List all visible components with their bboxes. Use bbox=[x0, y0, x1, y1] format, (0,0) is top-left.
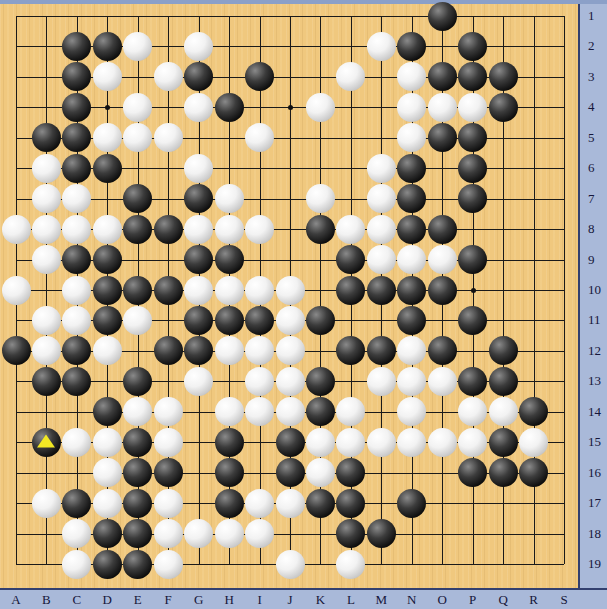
row-label-12: 12 bbox=[588, 343, 601, 359]
black-stone-O3 bbox=[428, 62, 457, 91]
white-stone-I13 bbox=[245, 367, 274, 396]
row-label-13: 13 bbox=[588, 373, 601, 389]
white-stone-M7 bbox=[367, 184, 396, 213]
white-stone-D3 bbox=[93, 62, 122, 91]
white-stone-A10 bbox=[2, 276, 31, 305]
black-stone-E17 bbox=[123, 489, 152, 518]
black-stone-K17 bbox=[306, 489, 335, 518]
white-stone-H8 bbox=[215, 215, 244, 244]
white-stone-G6 bbox=[184, 154, 213, 183]
column-label-S: S bbox=[560, 592, 567, 608]
black-stone-D19 bbox=[93, 550, 122, 579]
black-stone-A12 bbox=[2, 336, 31, 365]
white-stone-M15 bbox=[367, 428, 396, 457]
column-label-L: L bbox=[347, 592, 355, 608]
black-stone-E8 bbox=[123, 215, 152, 244]
black-stone-D9 bbox=[93, 245, 122, 274]
white-stone-J10 bbox=[276, 276, 305, 305]
board-vline bbox=[564, 16, 565, 564]
white-stone-M9 bbox=[367, 245, 396, 274]
black-stone-N17 bbox=[397, 489, 426, 518]
black-stone-O1 bbox=[428, 2, 457, 31]
black-stone-E13 bbox=[123, 367, 152, 396]
column-label-J: J bbox=[287, 592, 292, 608]
black-stone-P13 bbox=[458, 367, 487, 396]
white-stone-D5 bbox=[93, 123, 122, 152]
white-stone-I17 bbox=[245, 489, 274, 518]
black-stone-K13 bbox=[306, 367, 335, 396]
white-stone-N13 bbox=[397, 367, 426, 396]
column-label-A: A bbox=[11, 592, 20, 608]
white-stone-H7 bbox=[215, 184, 244, 213]
column-label-E: E bbox=[134, 592, 142, 608]
white-stone-J14 bbox=[276, 397, 305, 426]
black-stone-Q3 bbox=[489, 62, 518, 91]
black-stone-F10 bbox=[154, 276, 183, 305]
black-stone-C13 bbox=[62, 367, 91, 396]
white-stone-N4 bbox=[397, 93, 426, 122]
row-label-16: 16 bbox=[588, 465, 601, 481]
row-label-10: 10 bbox=[588, 282, 601, 298]
black-stone-R16 bbox=[519, 458, 548, 487]
row-label-15: 15 bbox=[588, 434, 601, 450]
row-label-19: 19 bbox=[588, 556, 601, 572]
white-stone-G13 bbox=[184, 367, 213, 396]
black-stone-E15 bbox=[123, 428, 152, 457]
white-stone-G10 bbox=[184, 276, 213, 305]
column-label-H: H bbox=[224, 592, 233, 608]
white-stone-B8 bbox=[32, 215, 61, 244]
black-stone-O12 bbox=[428, 336, 457, 365]
black-stone-J15 bbox=[276, 428, 305, 457]
white-stone-M13 bbox=[367, 367, 396, 396]
row-label-17: 17 bbox=[588, 495, 601, 511]
white-stone-F18 bbox=[154, 519, 183, 548]
white-stone-L8 bbox=[336, 215, 365, 244]
white-stone-F15 bbox=[154, 428, 183, 457]
column-label-D: D bbox=[103, 592, 112, 608]
white-stone-P15 bbox=[458, 428, 487, 457]
black-stone-E10 bbox=[123, 276, 152, 305]
white-stone-R15 bbox=[519, 428, 548, 457]
black-stone-D11 bbox=[93, 306, 122, 335]
white-stone-J11 bbox=[276, 306, 305, 335]
row-label-18: 18 bbox=[588, 526, 601, 542]
column-label-B: B bbox=[42, 592, 51, 608]
white-stone-H14 bbox=[215, 397, 244, 426]
white-stone-J19 bbox=[276, 550, 305, 579]
white-stone-Q14 bbox=[489, 397, 518, 426]
black-stone-N2 bbox=[397, 32, 426, 61]
column-label-P: P bbox=[469, 592, 476, 608]
column-label-K: K bbox=[316, 592, 325, 608]
column-label-M: M bbox=[376, 592, 388, 608]
black-stone-F12 bbox=[154, 336, 183, 365]
white-stone-O4 bbox=[428, 93, 457, 122]
row-label-7: 7 bbox=[588, 191, 595, 207]
black-stone-O10 bbox=[428, 276, 457, 305]
column-label-O: O bbox=[437, 592, 446, 608]
white-stone-K4 bbox=[306, 93, 335, 122]
white-stone-B6 bbox=[32, 154, 61, 183]
white-stone-B11 bbox=[32, 306, 61, 335]
white-stone-D15 bbox=[93, 428, 122, 457]
white-stone-A8 bbox=[2, 215, 31, 244]
row-label-14: 14 bbox=[588, 404, 601, 420]
black-stone-P11 bbox=[458, 306, 487, 335]
black-stone-K8 bbox=[306, 215, 335, 244]
white-stone-G2 bbox=[184, 32, 213, 61]
white-stone-E2 bbox=[123, 32, 152, 61]
row-label-8: 8 bbox=[588, 221, 595, 237]
white-stone-J13 bbox=[276, 367, 305, 396]
white-stone-G4 bbox=[184, 93, 213, 122]
black-stone-D18 bbox=[93, 519, 122, 548]
white-stone-D17 bbox=[93, 489, 122, 518]
black-stone-E19 bbox=[123, 550, 152, 579]
column-label-I: I bbox=[257, 592, 261, 608]
black-stone-Q13 bbox=[489, 367, 518, 396]
black-stone-C6 bbox=[62, 154, 91, 183]
last-move-triangle-marker bbox=[37, 435, 55, 448]
black-stone-O8 bbox=[428, 215, 457, 244]
white-stone-C8 bbox=[62, 215, 91, 244]
star-point bbox=[471, 288, 476, 293]
black-stone-B5 bbox=[32, 123, 61, 152]
black-stone-B15 bbox=[32, 428, 61, 457]
white-stone-E11 bbox=[123, 306, 152, 335]
white-stone-C19 bbox=[62, 550, 91, 579]
black-stone-H16 bbox=[215, 458, 244, 487]
white-stone-G18 bbox=[184, 519, 213, 548]
black-stone-P2 bbox=[458, 32, 487, 61]
white-stone-P4 bbox=[458, 93, 487, 122]
black-stone-B13 bbox=[32, 367, 61, 396]
white-stone-I10 bbox=[245, 276, 274, 305]
black-stone-H4 bbox=[215, 93, 244, 122]
black-stone-L17 bbox=[336, 489, 365, 518]
white-stone-E4 bbox=[123, 93, 152, 122]
black-stone-I11 bbox=[245, 306, 274, 335]
black-stone-O5 bbox=[428, 123, 457, 152]
row-label-4: 4 bbox=[588, 99, 595, 115]
black-stone-G11 bbox=[184, 306, 213, 335]
black-stone-F8 bbox=[154, 215, 183, 244]
column-label-R: R bbox=[529, 592, 538, 608]
white-stone-D12 bbox=[93, 336, 122, 365]
black-stone-Q12 bbox=[489, 336, 518, 365]
black-stone-Q15 bbox=[489, 428, 518, 457]
column-label-F: F bbox=[165, 592, 172, 608]
white-stone-F3 bbox=[154, 62, 183, 91]
black-stone-K14 bbox=[306, 397, 335, 426]
white-stone-L15 bbox=[336, 428, 365, 457]
row-label-1: 1 bbox=[588, 8, 595, 24]
column-label-N: N bbox=[407, 592, 416, 608]
white-stone-B17 bbox=[32, 489, 61, 518]
black-stone-M12 bbox=[367, 336, 396, 365]
black-stone-N11 bbox=[397, 306, 426, 335]
white-stone-O13 bbox=[428, 367, 457, 396]
white-stone-K16 bbox=[306, 458, 335, 487]
black-stone-D14 bbox=[93, 397, 122, 426]
white-stone-I18 bbox=[245, 519, 274, 548]
white-stone-J12 bbox=[276, 336, 305, 365]
white-stone-I8 bbox=[245, 215, 274, 244]
black-stone-J16 bbox=[276, 458, 305, 487]
black-stone-H9 bbox=[215, 245, 244, 274]
black-stone-L10 bbox=[336, 276, 365, 305]
white-stone-O15 bbox=[428, 428, 457, 457]
white-stone-D8 bbox=[93, 215, 122, 244]
white-stone-M6 bbox=[367, 154, 396, 183]
white-stone-K7 bbox=[306, 184, 335, 213]
column-label-Q: Q bbox=[498, 592, 507, 608]
white-stone-G8 bbox=[184, 215, 213, 244]
row-label-2: 2 bbox=[588, 38, 595, 54]
black-stone-N10 bbox=[397, 276, 426, 305]
black-stone-K11 bbox=[306, 306, 335, 335]
white-stone-H18 bbox=[215, 519, 244, 548]
black-stone-M18 bbox=[367, 519, 396, 548]
black-stone-Q16 bbox=[489, 458, 518, 487]
white-stone-K15 bbox=[306, 428, 335, 457]
white-stone-M2 bbox=[367, 32, 396, 61]
go-app-window: ABCDEFGHIJKLMNOPQRS123456789101112131415… bbox=[0, 0, 607, 609]
white-stone-F5 bbox=[154, 123, 183, 152]
black-stone-D2 bbox=[93, 32, 122, 61]
column-label-G: G bbox=[194, 592, 203, 608]
column-label-strip bbox=[0, 588, 607, 609]
white-stone-H10 bbox=[215, 276, 244, 305]
white-stone-M8 bbox=[367, 215, 396, 244]
black-stone-Q4 bbox=[489, 93, 518, 122]
white-stone-N15 bbox=[397, 428, 426, 457]
white-stone-B9 bbox=[32, 245, 61, 274]
white-stone-J17 bbox=[276, 489, 305, 518]
black-stone-M10 bbox=[367, 276, 396, 305]
row-label-3: 3 bbox=[588, 69, 595, 85]
black-stone-D10 bbox=[93, 276, 122, 305]
black-stone-F16 bbox=[154, 458, 183, 487]
white-stone-F19 bbox=[154, 550, 183, 579]
row-label-5: 5 bbox=[588, 130, 595, 146]
black-stone-D6 bbox=[93, 154, 122, 183]
row-label-9: 9 bbox=[588, 252, 595, 268]
black-stone-N6 bbox=[397, 154, 426, 183]
black-stone-C4 bbox=[62, 93, 91, 122]
white-stone-C15 bbox=[62, 428, 91, 457]
column-label-C: C bbox=[73, 592, 82, 608]
row-label-6: 6 bbox=[588, 160, 595, 176]
row-label-11: 11 bbox=[588, 312, 601, 328]
white-stone-F17 bbox=[154, 489, 183, 518]
black-stone-H11 bbox=[215, 306, 244, 335]
black-stone-H17 bbox=[215, 489, 244, 518]
black-stone-N8 bbox=[397, 215, 426, 244]
white-stone-B7 bbox=[32, 184, 61, 213]
black-stone-C17 bbox=[62, 489, 91, 518]
white-stone-C10 bbox=[62, 276, 91, 305]
white-stone-O9 bbox=[428, 245, 457, 274]
white-stone-L19 bbox=[336, 550, 365, 579]
black-stone-P6 bbox=[458, 154, 487, 183]
black-stone-H15 bbox=[215, 428, 244, 457]
white-stone-H12 bbox=[215, 336, 244, 365]
white-stone-D16 bbox=[93, 458, 122, 487]
white-stone-F14 bbox=[154, 397, 183, 426]
